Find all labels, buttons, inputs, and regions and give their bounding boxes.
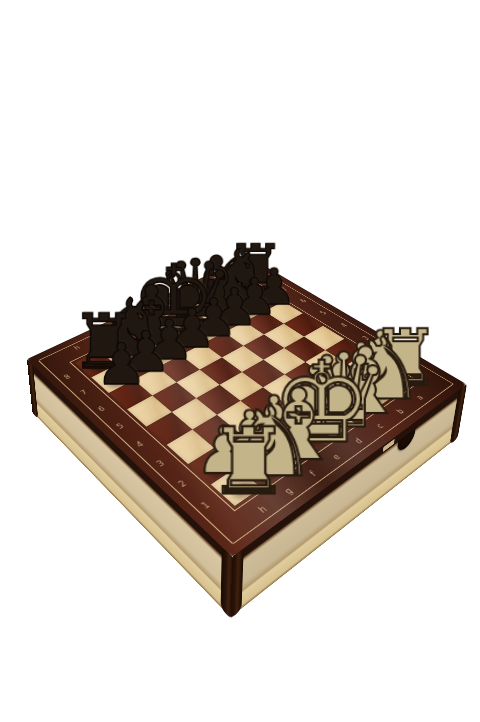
piece-white-rook: ♜ — [192, 416, 305, 508]
drawer-handle-notch — [396, 429, 415, 455]
coord-rank-left: 4 — [123, 432, 158, 459]
coord-rank-left: 5 — [104, 414, 137, 440]
coord-file-near: h — [247, 498, 280, 523]
scene: hhggffeeddccbbaa8877665544332211 ♜♞♝♚♛♝♞… — [0, 0, 480, 722]
chess-box-3d: hhggffeeddccbbaa8877665544332211 ♜♞♝♚♛♝♞… — [27, 257, 466, 557]
piece-black-pawn: ♟ — [73, 336, 169, 393]
chess-set-photo: hhggffeeddccbbaa8877665544332211 ♜♞♝♚♛♝♞… — [0, 0, 480, 722]
coord-rank-left: 6 — [86, 397, 118, 421]
